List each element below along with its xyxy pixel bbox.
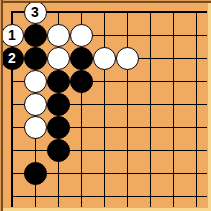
black-stone[interactable]: 2	[1, 47, 24, 70]
board-intersection[interactable]	[93, 162, 116, 185]
white-stone[interactable]	[116, 47, 139, 70]
board-intersection[interactable]	[185, 139, 208, 162]
board-intersection[interactable]	[116, 24, 139, 47]
white-stone[interactable]	[24, 116, 47, 139]
board-intersection[interactable]	[162, 47, 185, 70]
board-intersection[interactable]	[139, 185, 162, 208]
board-intersection[interactable]	[116, 1, 139, 24]
board-intersection[interactable]	[93, 24, 116, 47]
board-intersection[interactable]	[70, 139, 93, 162]
board-intersection[interactable]	[139, 139, 162, 162]
board-intersection[interactable]	[24, 185, 47, 208]
board-intersection[interactable]	[116, 93, 139, 116]
board-intersection[interactable]	[185, 24, 208, 47]
board-intersection[interactable]	[70, 185, 93, 208]
board-intersection[interactable]	[139, 116, 162, 139]
board-intersection[interactable]	[1, 162, 24, 185]
board-intersection[interactable]	[185, 93, 208, 116]
board-intersection[interactable]	[24, 139, 47, 162]
board-intersection[interactable]	[93, 139, 116, 162]
go-board: 312	[0, 0, 211, 211]
move-number-label: 3	[31, 5, 39, 19]
board-intersection[interactable]	[162, 116, 185, 139]
black-stone[interactable]	[47, 139, 70, 162]
board-intersection[interactable]	[162, 139, 185, 162]
board-intersection[interactable]	[139, 93, 162, 116]
board-intersection[interactable]	[116, 185, 139, 208]
board-intersection[interactable]	[1, 70, 24, 93]
black-stone[interactable]	[24, 24, 47, 47]
board-intersection[interactable]	[162, 162, 185, 185]
white-stone[interactable]: 3	[24, 1, 47, 24]
board-intersection[interactable]	[185, 1, 208, 24]
black-stone[interactable]	[24, 162, 47, 185]
board-intersection[interactable]	[93, 70, 116, 93]
board-cropped-edge-bottom	[0, 208, 211, 211]
board-intersection[interactable]	[116, 162, 139, 185]
board-intersection[interactable]	[1, 116, 24, 139]
black-stone[interactable]	[70, 47, 93, 70]
white-stone[interactable]	[47, 47, 70, 70]
white-stone[interactable]	[93, 47, 116, 70]
board-intersection[interactable]	[93, 1, 116, 24]
board-intersection[interactable]	[1, 139, 24, 162]
board-intersection[interactable]	[93, 93, 116, 116]
move-number-label: 2	[8, 51, 16, 65]
board-intersection[interactable]	[93, 185, 116, 208]
board-intersection[interactable]	[47, 185, 70, 208]
board-intersection[interactable]	[162, 70, 185, 93]
board-intersection[interactable]	[185, 185, 208, 208]
white-stone[interactable]: 1	[1, 24, 24, 47]
board-intersection[interactable]	[70, 93, 93, 116]
board-intersection[interactable]	[116, 139, 139, 162]
board-intersection[interactable]	[70, 116, 93, 139]
board-intersection[interactable]	[162, 185, 185, 208]
board-intersection[interactable]	[1, 1, 24, 24]
board-intersection[interactable]	[162, 24, 185, 47]
board-intersection[interactable]	[116, 70, 139, 93]
move-number-label: 1	[8, 28, 16, 42]
board-intersection[interactable]	[185, 70, 208, 93]
board-intersection[interactable]	[162, 1, 185, 24]
board-intersection[interactable]	[185, 116, 208, 139]
board-border-left	[0, 0, 3, 211]
board-intersection[interactable]	[139, 47, 162, 70]
white-stone[interactable]	[70, 24, 93, 47]
board-intersection[interactable]	[70, 162, 93, 185]
board-intersection[interactable]	[185, 162, 208, 185]
board-intersection[interactable]	[1, 93, 24, 116]
board-intersection[interactable]	[162, 93, 185, 116]
board-intersection[interactable]	[185, 47, 208, 70]
board-intersection[interactable]	[70, 1, 93, 24]
board-cropped-edge-right	[208, 0, 211, 211]
board-intersection[interactable]	[139, 1, 162, 24]
black-stone[interactable]	[47, 93, 70, 116]
black-stone[interactable]	[47, 70, 70, 93]
black-stone[interactable]	[70, 70, 93, 93]
board-intersection[interactable]	[93, 116, 116, 139]
board-intersection[interactable]	[1, 185, 24, 208]
white-stone[interactable]	[24, 93, 47, 116]
board-intersection[interactable]	[139, 24, 162, 47]
white-stone[interactable]	[24, 70, 47, 93]
board-intersection[interactable]	[139, 162, 162, 185]
board-intersection[interactable]	[47, 162, 70, 185]
board-border-top	[0, 0, 211, 3]
board-intersection[interactable]	[116, 116, 139, 139]
board-intersection[interactable]	[47, 1, 70, 24]
black-stone[interactable]	[24, 47, 47, 70]
white-stone[interactable]	[47, 24, 70, 47]
board-intersection[interactable]	[139, 70, 162, 93]
black-stone[interactable]	[47, 116, 70, 139]
